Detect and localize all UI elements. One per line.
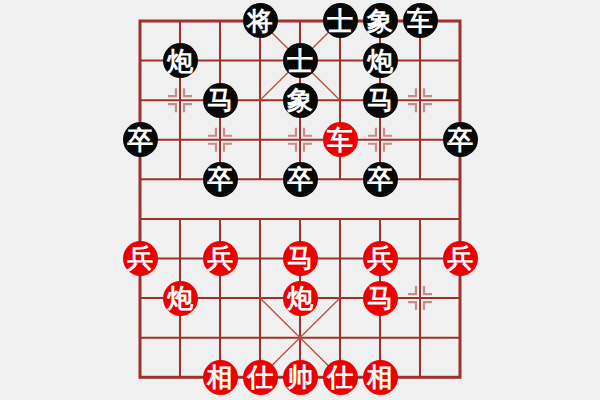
board-point-g2[interactable]: 马 bbox=[360, 80, 400, 120]
red-soldier[interactable]: 兵 bbox=[363, 241, 398, 276]
board-point-g3[interactable] bbox=[360, 120, 400, 160]
board-point-e3[interactable] bbox=[280, 120, 320, 160]
board-point-d9[interactable]: 仕 bbox=[240, 357, 280, 397]
board-point-g9[interactable]: 相 bbox=[360, 357, 400, 397]
red-advisor[interactable]: 仕 bbox=[243, 360, 278, 395]
board-point-b9[interactable] bbox=[160, 357, 200, 397]
board-point-d4[interactable] bbox=[240, 160, 280, 200]
board-point-f5[interactable] bbox=[320, 199, 360, 239]
board-point-b7[interactable]: 炮 bbox=[160, 278, 200, 318]
black-horse[interactable]: 马 bbox=[203, 83, 238, 118]
board-point-g1[interactable]: 炮 bbox=[360, 41, 400, 81]
black-cannon[interactable]: 炮 bbox=[163, 43, 198, 78]
board-point-h8[interactable] bbox=[400, 318, 440, 358]
xiangqi-board: 将士象车炮士炮马象马卒车卒卒卒卒兵兵马兵兵炮炮马相仕帅仕相 bbox=[0, 0, 600, 400]
board-point-c0[interactable] bbox=[200, 1, 240, 41]
red-elephant[interactable]: 相 bbox=[363, 360, 398, 395]
board-point-b1[interactable]: 炮 bbox=[160, 41, 200, 81]
board-point-d6[interactable] bbox=[240, 239, 280, 279]
red-soldier[interactable]: 兵 bbox=[443, 241, 478, 276]
board-point-i3[interactable]: 卒 bbox=[440, 120, 480, 160]
black-soldier[interactable]: 卒 bbox=[283, 162, 318, 197]
board-point-b2[interactable] bbox=[160, 80, 200, 120]
black-horse[interactable]: 马 bbox=[363, 83, 398, 118]
board-point-f3[interactable]: 车 bbox=[320, 120, 360, 160]
red-elephant[interactable]: 相 bbox=[203, 360, 238, 395]
red-horse[interactable]: 马 bbox=[363, 281, 398, 316]
black-elephant[interactable]: 象 bbox=[283, 83, 318, 118]
board-point-g7[interactable]: 马 bbox=[360, 278, 400, 318]
board-point-h1[interactable] bbox=[400, 41, 440, 81]
board-point-a4[interactable] bbox=[120, 160, 160, 200]
board-point-g0[interactable]: 象 bbox=[360, 1, 400, 41]
black-advisor[interactable]: 士 bbox=[323, 3, 358, 38]
board-point-c8[interactable] bbox=[200, 318, 240, 358]
board-point-f7[interactable] bbox=[320, 278, 360, 318]
red-cannon[interactable]: 炮 bbox=[163, 281, 198, 316]
red-horse[interactable]: 马 bbox=[283, 241, 318, 276]
board-point-a2[interactable] bbox=[120, 80, 160, 120]
board-point-e5[interactable] bbox=[280, 199, 320, 239]
board-point-c4[interactable]: 卒 bbox=[200, 160, 240, 200]
board-point-c6[interactable]: 兵 bbox=[200, 239, 240, 279]
board-point-g8[interactable] bbox=[360, 318, 400, 358]
red-cannon[interactable]: 炮 bbox=[283, 281, 318, 316]
board-point-g5[interactable] bbox=[360, 199, 400, 239]
black-soldier[interactable]: 卒 bbox=[443, 122, 478, 157]
red-soldier[interactable]: 兵 bbox=[123, 241, 158, 276]
red-soldier[interactable]: 兵 bbox=[203, 241, 238, 276]
black-advisor[interactable]: 士 bbox=[283, 43, 318, 78]
black-soldier[interactable]: 卒 bbox=[363, 162, 398, 197]
board-point-b0[interactable] bbox=[160, 1, 200, 41]
board-point-d3[interactable] bbox=[240, 120, 280, 160]
board-point-b3[interactable] bbox=[160, 120, 200, 160]
board-point-e1[interactable]: 士 bbox=[280, 41, 320, 81]
black-soldier[interactable]: 卒 bbox=[123, 122, 158, 157]
board-point-d8[interactable] bbox=[240, 318, 280, 358]
board-point-b4[interactable] bbox=[160, 160, 200, 200]
board-point-a7[interactable] bbox=[120, 278, 160, 318]
board-point-h2[interactable] bbox=[400, 80, 440, 120]
board-point-b5[interactable] bbox=[160, 199, 200, 239]
black-cannon[interactable]: 炮 bbox=[363, 43, 398, 78]
red-chariot[interactable]: 车 bbox=[323, 122, 358, 157]
board-point-e2[interactable]: 象 bbox=[280, 80, 320, 120]
board-point-e8[interactable] bbox=[280, 318, 320, 358]
board-point-f2[interactable] bbox=[320, 80, 360, 120]
board-point-c7[interactable] bbox=[200, 278, 240, 318]
board-point-c5[interactable] bbox=[200, 199, 240, 239]
board-point-i8[interactable] bbox=[440, 318, 480, 358]
board-point-e7[interactable]: 炮 bbox=[280, 278, 320, 318]
board-point-a6[interactable]: 兵 bbox=[120, 239, 160, 279]
board-point-h9[interactable] bbox=[400, 357, 440, 397]
board-point-b6[interactable] bbox=[160, 239, 200, 279]
board-point-g6[interactable]: 兵 bbox=[360, 239, 400, 279]
black-chariot[interactable]: 车 bbox=[403, 3, 438, 38]
board-point-c3[interactable] bbox=[200, 120, 240, 160]
board-point-c2[interactable]: 马 bbox=[200, 80, 240, 120]
black-general[interactable]: 将 bbox=[243, 3, 278, 38]
board-point-i0[interactable] bbox=[440, 1, 480, 41]
board-point-e4[interactable]: 卒 bbox=[280, 160, 320, 200]
board-point-h7[interactable] bbox=[400, 278, 440, 318]
board-point-d5[interactable] bbox=[240, 199, 280, 239]
board-point-e0[interactable] bbox=[280, 1, 320, 41]
board-point-c9[interactable]: 相 bbox=[200, 357, 240, 397]
board-point-f4[interactable] bbox=[320, 160, 360, 200]
black-elephant[interactable]: 象 bbox=[363, 3, 398, 38]
red-advisor[interactable]: 仕 bbox=[323, 360, 358, 395]
board-point-h5[interactable] bbox=[400, 199, 440, 239]
board-point-f8[interactable] bbox=[320, 318, 360, 358]
board-point-a8[interactable] bbox=[120, 318, 160, 358]
board-point-a0[interactable] bbox=[120, 1, 160, 41]
board-point-h0[interactable]: 车 bbox=[400, 1, 440, 41]
board-point-i1[interactable] bbox=[440, 41, 480, 81]
board-point-i7[interactable] bbox=[440, 278, 480, 318]
board-point-e9[interactable]: 帅 bbox=[280, 357, 320, 397]
board-point-f1[interactable] bbox=[320, 41, 360, 81]
board-point-d7[interactable] bbox=[240, 278, 280, 318]
board-point-f6[interactable] bbox=[320, 239, 360, 279]
red-general[interactable]: 帅 bbox=[283, 360, 318, 395]
board-point-f9[interactable]: 仕 bbox=[320, 357, 360, 397]
board-point-e6[interactable]: 马 bbox=[280, 239, 320, 279]
board-point-i5[interactable] bbox=[440, 199, 480, 239]
board-points: 将士象车炮士炮马象马卒车卒卒卒卒兵兵马兵兵炮炮马相仕帅仕相 bbox=[120, 1, 480, 397]
board-point-h4[interactable] bbox=[400, 160, 440, 200]
board-point-a9[interactable] bbox=[120, 357, 160, 397]
board-point-g4[interactable]: 卒 bbox=[360, 160, 400, 200]
board-point-b8[interactable] bbox=[160, 318, 200, 358]
black-soldier[interactable]: 卒 bbox=[203, 162, 238, 197]
board-point-d0[interactable]: 将 bbox=[240, 1, 280, 41]
board-point-a5[interactable] bbox=[120, 199, 160, 239]
board-point-i6[interactable]: 兵 bbox=[440, 239, 480, 279]
board-point-d2[interactable] bbox=[240, 80, 280, 120]
board-point-c1[interactable] bbox=[200, 41, 240, 81]
board-point-h6[interactable] bbox=[400, 239, 440, 279]
board-point-f0[interactable]: 士 bbox=[320, 1, 360, 41]
board-point-a1[interactable] bbox=[120, 41, 160, 81]
board-point-i4[interactable] bbox=[440, 160, 480, 200]
board-point-i2[interactable] bbox=[440, 80, 480, 120]
board-point-i9[interactable] bbox=[440, 357, 480, 397]
board-point-a3[interactable]: 卒 bbox=[120, 120, 160, 160]
board-point-h3[interactable] bbox=[400, 120, 440, 160]
board-point-d1[interactable] bbox=[240, 41, 280, 81]
